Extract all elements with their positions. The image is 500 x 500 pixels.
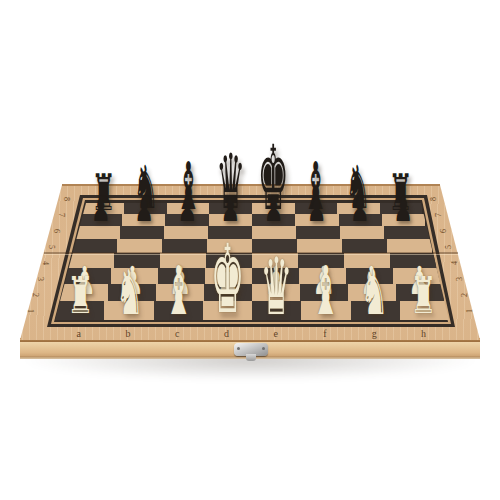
square-c3 bbox=[158, 268, 205, 284]
rank-row-7 bbox=[79, 214, 426, 226]
board-border-band bbox=[0, 0, 500, 500]
square-g4 bbox=[344, 253, 390, 268]
rank-label-left-3: 3 bbox=[36, 277, 45, 281]
black-pawn-b7: ♟ bbox=[134, 197, 154, 223]
white-rook-a1: ♜ bbox=[67, 278, 94, 316]
square-d7 bbox=[209, 214, 252, 226]
rank-label-right-6: 6 bbox=[439, 229, 448, 233]
coordinate-labels: abcdefgh1122334455667788 bbox=[0, 0, 500, 500]
rank-label-left-1: 1 bbox=[26, 309, 35, 313]
square-a2 bbox=[60, 284, 108, 301]
rank-row-5 bbox=[72, 239, 432, 253]
black-pawn-f7: ♟ bbox=[307, 197, 327, 223]
square-d8 bbox=[209, 203, 252, 214]
rank-row-8 bbox=[82, 203, 423, 214]
white-bishop-f1: ♝ bbox=[311, 265, 340, 315]
square-b6 bbox=[120, 226, 164, 239]
board-back-edge bbox=[62, 184, 440, 186]
pieces-layer: ♜♞♝♛♚♝♞♜♟♟♟♟♟♟♟♟♟♟♟♟♟♟♟♟♜♞♝♚♛♝♞♜ bbox=[0, 0, 500, 500]
square-c8 bbox=[167, 203, 210, 214]
square-g3 bbox=[346, 268, 393, 284]
board-pinstripe bbox=[0, 0, 500, 500]
board-frame bbox=[0, 0, 500, 500]
square-e1 bbox=[252, 301, 301, 320]
square-f4 bbox=[298, 253, 344, 268]
square-e6 bbox=[252, 226, 296, 239]
square-c6 bbox=[164, 226, 208, 239]
square-c4 bbox=[160, 253, 206, 268]
square-e7 bbox=[252, 214, 295, 226]
square-f1 bbox=[301, 301, 350, 320]
square-b7 bbox=[122, 214, 165, 226]
rank-label-right-2: 2 bbox=[459, 293, 468, 297]
square-g2 bbox=[348, 284, 396, 301]
square-c7 bbox=[165, 214, 208, 226]
rank-label-right-8: 8 bbox=[429, 197, 438, 201]
white-knight-b1: ♞ bbox=[116, 269, 144, 316]
rank-label-left-2: 2 bbox=[31, 293, 40, 297]
square-h5 bbox=[387, 239, 432, 253]
white-pawn-a2: ♟ bbox=[73, 268, 95, 297]
square-a7 bbox=[79, 214, 122, 226]
square-e5 bbox=[252, 239, 297, 253]
square-d1 bbox=[203, 301, 252, 320]
white-bishop-c1: ♝ bbox=[164, 265, 193, 315]
square-f2 bbox=[300, 284, 348, 301]
rank-label-right-5: 5 bbox=[444, 245, 453, 249]
wood-grain bbox=[0, 0, 500, 500]
clasp-screw-icon bbox=[237, 347, 240, 350]
square-a1 bbox=[55, 301, 104, 320]
rank-label-left-8: 8 bbox=[62, 197, 71, 201]
square-g1 bbox=[351, 301, 400, 320]
black-rook-h8: ♜ bbox=[388, 174, 413, 212]
square-f8 bbox=[295, 203, 338, 214]
square-b1 bbox=[104, 301, 153, 320]
square-e8 bbox=[252, 203, 295, 214]
square-f3 bbox=[299, 268, 346, 284]
square-b2 bbox=[108, 284, 156, 301]
square-f7 bbox=[295, 214, 338, 226]
white-queen-e1: ♛ bbox=[260, 256, 292, 315]
rank-label-left-5: 5 bbox=[46, 245, 55, 249]
rank-label-left-7: 7 bbox=[56, 213, 65, 217]
white-pawn-g2: ♟ bbox=[360, 268, 382, 297]
square-g8 bbox=[337, 203, 380, 214]
clasp-latch-icon bbox=[246, 354, 256, 361]
square-b8 bbox=[124, 203, 167, 214]
white-rook-h1: ♜ bbox=[410, 278, 437, 316]
white-pawn-e2: ♟ bbox=[265, 268, 287, 297]
rank-row-6 bbox=[75, 226, 428, 239]
black-knight-g8: ♞ bbox=[345, 167, 371, 212]
white-pawn-b2: ♟ bbox=[121, 268, 143, 297]
white-pawn-h2: ♟ bbox=[408, 268, 430, 297]
square-b4 bbox=[114, 253, 160, 268]
square-f6 bbox=[296, 226, 340, 239]
square-d3 bbox=[205, 268, 252, 284]
square-e3 bbox=[252, 268, 299, 284]
white-pawn-f2: ♟ bbox=[313, 268, 335, 297]
square-c5 bbox=[162, 239, 207, 253]
square-b5 bbox=[117, 239, 162, 253]
black-pawn-e7: ♟ bbox=[264, 197, 284, 223]
hinge-fold-seam bbox=[44, 252, 458, 254]
rank-label-right-3: 3 bbox=[454, 277, 463, 281]
square-c1 bbox=[154, 301, 203, 320]
metal-clasp bbox=[234, 342, 268, 362]
square-g7 bbox=[339, 214, 382, 226]
square-h6 bbox=[384, 226, 428, 239]
black-pawn-d7: ♟ bbox=[221, 197, 241, 223]
square-h4 bbox=[390, 253, 436, 268]
black-bishop-f8: ♝ bbox=[302, 162, 329, 212]
square-d5 bbox=[207, 239, 252, 253]
rank-label-right-1: 1 bbox=[465, 309, 474, 313]
rank-row-1 bbox=[55, 301, 449, 320]
checkerboard bbox=[0, 0, 500, 500]
black-rook-a8: ♜ bbox=[91, 174, 116, 212]
square-h8 bbox=[380, 203, 423, 214]
square-g6 bbox=[340, 226, 384, 239]
square-h1 bbox=[400, 301, 449, 320]
square-e2 bbox=[252, 284, 300, 301]
white-king-d1: ♚ bbox=[210, 245, 244, 316]
square-a3 bbox=[64, 268, 111, 284]
square-b3 bbox=[111, 268, 158, 284]
rank-row-3 bbox=[64, 268, 440, 284]
black-pawn-g7: ♟ bbox=[350, 197, 370, 223]
white-pawn-d2: ♟ bbox=[217, 268, 239, 297]
square-h7 bbox=[382, 214, 425, 226]
chess-set-product-photo: abcdefgh1122334455667788 ♜♞♝♛♚♝♞♜♟♟♟♟♟♟♟… bbox=[0, 0, 500, 500]
white-pawn-c2: ♟ bbox=[169, 268, 191, 297]
square-a4 bbox=[68, 253, 114, 268]
black-bishop-c8: ♝ bbox=[175, 162, 202, 212]
black-pawn-a7: ♟ bbox=[91, 197, 111, 223]
rank-label-right-7: 7 bbox=[434, 213, 443, 217]
black-pawn-h7: ♟ bbox=[393, 197, 413, 223]
black-pawn-c7: ♟ bbox=[177, 197, 197, 223]
board-border-band-inner bbox=[0, 0, 500, 500]
square-g5 bbox=[342, 239, 387, 253]
square-h3 bbox=[393, 268, 440, 284]
clasp-screw-icon bbox=[262, 347, 265, 350]
square-d2 bbox=[204, 284, 252, 301]
square-a8 bbox=[82, 203, 125, 214]
white-knight-g1: ♞ bbox=[361, 269, 389, 316]
black-king-e8: ♚ bbox=[258, 145, 289, 212]
rank-label-left-6: 6 bbox=[51, 229, 60, 233]
square-d6 bbox=[208, 226, 252, 239]
square-d4 bbox=[206, 253, 252, 268]
square-a6 bbox=[75, 226, 119, 239]
square-f5 bbox=[297, 239, 342, 253]
square-c2 bbox=[156, 284, 204, 301]
rank-row-2 bbox=[60, 284, 444, 301]
square-a5 bbox=[72, 239, 117, 253]
square-e4 bbox=[252, 253, 298, 268]
rank-row-4 bbox=[68, 253, 436, 268]
square-h2 bbox=[396, 284, 444, 301]
black-knight-b8: ♞ bbox=[133, 167, 159, 212]
rank-label-left-4: 4 bbox=[41, 261, 50, 265]
rank-label-right-4: 4 bbox=[449, 261, 458, 265]
